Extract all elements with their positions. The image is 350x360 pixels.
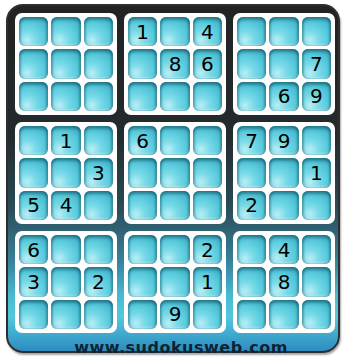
given-digit: 5 — [27, 195, 40, 215]
given-digit: 1 — [60, 131, 73, 151]
cell-r1c6[interactable]: 4 — [193, 17, 222, 46]
box-1-1 — [15, 13, 117, 115]
given-digit: 4 — [278, 240, 291, 260]
cell-r3c3[interactable] — [84, 82, 113, 111]
box-1-2: 1486 — [124, 13, 226, 115]
cell-r5c1[interactable] — [19, 158, 48, 187]
cell-r4c1[interactable] — [19, 126, 48, 155]
cell-r2c7[interactable] — [237, 49, 266, 78]
cell-r9c7[interactable] — [237, 300, 266, 329]
cell-r6c5[interactable] — [160, 191, 189, 220]
cell-r8c8[interactable]: 8 — [269, 267, 298, 296]
cell-r8c3[interactable]: 2 — [84, 267, 113, 296]
given-digit: 2 — [245, 195, 258, 215]
cell-r1c3[interactable] — [84, 17, 113, 46]
sudoku-board: 148676913546791263221948 — [15, 13, 335, 333]
given-digit: 7 — [310, 54, 323, 74]
cell-r3c6[interactable] — [193, 82, 222, 111]
cell-r5c4[interactable] — [128, 158, 157, 187]
cell-r5c8[interactable] — [269, 158, 298, 187]
cell-r7c6[interactable]: 2 — [193, 235, 222, 264]
cell-r7c4[interactable] — [128, 235, 157, 264]
cell-r4c7[interactable]: 7 — [237, 126, 266, 155]
cell-r4c2[interactable]: 1 — [51, 126, 80, 155]
cell-r9c9[interactable] — [302, 300, 331, 329]
given-digit: 6 — [136, 131, 149, 151]
website-url-text: www.sudokusweb.com — [14, 337, 348, 359]
given-digit: 3 — [27, 272, 40, 292]
box-1-3: 769 — [233, 13, 335, 115]
given-digit: 1 — [201, 272, 214, 292]
cell-r6c7[interactable]: 2 — [237, 191, 266, 220]
given-digit: 6 — [278, 86, 291, 106]
cell-r5c7[interactable] — [237, 158, 266, 187]
cell-r6c9[interactable] — [302, 191, 331, 220]
sudoku-frame: 148676913546791263221948 www.sudokusweb.… — [6, 4, 340, 353]
given-digit: 9 — [169, 304, 182, 324]
given-digit: 2 — [201, 240, 214, 260]
cell-r7c9[interactable] — [302, 235, 331, 264]
cell-r1c5[interactable] — [160, 17, 189, 46]
cell-r8c9[interactable] — [302, 267, 331, 296]
cell-r3c5[interactable] — [160, 82, 189, 111]
cell-r2c1[interactable] — [19, 49, 48, 78]
box-2-2: 6 — [124, 122, 226, 224]
cell-r7c7[interactable] — [237, 235, 266, 264]
cell-r7c8[interactable]: 4 — [269, 235, 298, 264]
cell-r3c9[interactable]: 9 — [302, 82, 331, 111]
cell-r3c1[interactable] — [19, 82, 48, 111]
box-3-3: 48 — [233, 231, 335, 333]
cell-r1c4[interactable]: 1 — [128, 17, 157, 46]
given-digit: 8 — [278, 272, 291, 292]
cell-r9c2[interactable] — [51, 300, 80, 329]
cell-r5c2[interactable] — [51, 158, 80, 187]
cell-r4c3[interactable] — [84, 126, 113, 155]
given-digit: 4 — [60, 195, 73, 215]
cell-r5c5[interactable] — [160, 158, 189, 187]
cell-r9c4[interactable] — [128, 300, 157, 329]
cell-r2c4[interactable] — [128, 49, 157, 78]
given-digit: 6 — [201, 54, 214, 74]
given-digit: 2 — [92, 272, 105, 292]
given-digit: 7 — [245, 131, 258, 151]
cell-r9c3[interactable] — [84, 300, 113, 329]
cell-r2c9[interactable]: 7 — [302, 49, 331, 78]
cell-r6c4[interactable] — [128, 191, 157, 220]
cell-r7c1[interactable]: 6 — [19, 235, 48, 264]
box-2-1: 1354 — [15, 122, 117, 224]
cell-r6c1[interactable]: 5 — [19, 191, 48, 220]
cell-r5c9[interactable]: 1 — [302, 158, 331, 187]
cell-r3c4[interactable] — [128, 82, 157, 111]
cell-r6c3[interactable] — [84, 191, 113, 220]
cell-r8c6[interactable]: 1 — [193, 267, 222, 296]
cell-r5c3[interactable]: 3 — [84, 158, 113, 187]
given-digit: 4 — [201, 22, 214, 42]
cell-r8c7[interactable] — [237, 267, 266, 296]
given-digit: 3 — [92, 163, 105, 183]
cell-r6c6[interactable] — [193, 191, 222, 220]
cell-r3c7[interactable] — [237, 82, 266, 111]
box-3-1: 632 — [15, 231, 117, 333]
cell-r1c2[interactable] — [51, 17, 80, 46]
cell-r8c2[interactable] — [51, 267, 80, 296]
cell-r5c6[interactable] — [193, 158, 222, 187]
cell-r4c6[interactable] — [193, 126, 222, 155]
cell-r9c6[interactable] — [193, 300, 222, 329]
given-digit: 8 — [169, 54, 182, 74]
given-digit: 1 — [136, 22, 149, 42]
box-2-3: 7912 — [233, 122, 335, 224]
cell-r6c2[interactable]: 4 — [51, 191, 80, 220]
cell-r7c5[interactable] — [160, 235, 189, 264]
cell-r9c1[interactable] — [19, 300, 48, 329]
cell-r3c8[interactable]: 6 — [269, 82, 298, 111]
cell-r2c8[interactable] — [269, 49, 298, 78]
cell-r2c6[interactable]: 6 — [193, 49, 222, 78]
cell-r4c8[interactable]: 9 — [269, 126, 298, 155]
given-digit: 6 — [27, 240, 40, 260]
given-digit: 1 — [310, 163, 323, 183]
cell-r1c9[interactable] — [302, 17, 331, 46]
cell-r6c8[interactable] — [269, 191, 298, 220]
cell-r8c1[interactable]: 3 — [19, 267, 48, 296]
cell-r3c2[interactable] — [51, 82, 80, 111]
cell-r2c5[interactable]: 8 — [160, 49, 189, 78]
cell-r9c5[interactable]: 9 — [160, 300, 189, 329]
cell-r7c2[interactable] — [51, 235, 80, 264]
given-digit: 9 — [278, 131, 291, 151]
cell-r7c3[interactable] — [84, 235, 113, 264]
cell-r2c2[interactable] — [51, 49, 80, 78]
box-3-2: 219 — [124, 231, 226, 333]
cell-r8c5[interactable] — [160, 267, 189, 296]
cell-r1c7[interactable] — [237, 17, 266, 46]
cell-r8c4[interactable] — [128, 267, 157, 296]
cell-r2c3[interactable] — [84, 49, 113, 78]
cell-r4c5[interactable] — [160, 126, 189, 155]
cell-r1c1[interactable] — [19, 17, 48, 46]
cell-r9c8[interactable] — [269, 300, 298, 329]
given-digit: 9 — [310, 86, 323, 106]
cell-r4c4[interactable]: 6 — [128, 126, 157, 155]
cell-r4c9[interactable] — [302, 126, 331, 155]
cell-r1c8[interactable] — [269, 17, 298, 46]
